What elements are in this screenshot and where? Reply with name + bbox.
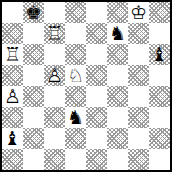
square-d6[interactable] bbox=[65, 44, 86, 65]
square-h5[interactable] bbox=[149, 65, 170, 86]
square-b7[interactable] bbox=[23, 23, 44, 44]
piece-black-king[interactable]: ♚♚ bbox=[23, 2, 44, 23]
square-b3[interactable] bbox=[23, 107, 44, 128]
piece-white-knight[interactable]: ♞♘ bbox=[65, 65, 86, 86]
piece-black-knight[interactable]: ♞♞ bbox=[107, 23, 128, 44]
square-g2[interactable] bbox=[128, 128, 149, 149]
piece-white-pawn[interactable]: ♟♙ bbox=[2, 86, 23, 107]
square-e3[interactable] bbox=[86, 107, 107, 128]
square-d2[interactable] bbox=[65, 128, 86, 149]
square-d1[interactable] bbox=[65, 149, 86, 170]
piece-black-knight[interactable]: ♞♞ bbox=[65, 107, 86, 128]
piece-white-rook[interactable]: ♜♖ bbox=[44, 23, 65, 44]
piece-black-bishop[interactable]: ♝♝ bbox=[2, 128, 23, 149]
square-e7[interactable] bbox=[86, 23, 107, 44]
square-e2[interactable] bbox=[86, 128, 107, 149]
square-a7[interactable] bbox=[2, 23, 23, 44]
square-b4[interactable] bbox=[23, 86, 44, 107]
square-f3[interactable] bbox=[107, 107, 128, 128]
square-e4[interactable] bbox=[86, 86, 107, 107]
square-f7[interactable]: ♞♞ bbox=[107, 23, 128, 44]
piece-white-king[interactable]: ♚♔ bbox=[128, 2, 149, 23]
square-c8[interactable] bbox=[44, 2, 65, 23]
square-b5[interactable] bbox=[23, 65, 44, 86]
square-c3[interactable] bbox=[44, 107, 65, 128]
square-b8[interactable]: ♚♚ bbox=[23, 2, 44, 23]
square-d8[interactable] bbox=[65, 2, 86, 23]
square-a5[interactable] bbox=[2, 65, 23, 86]
square-d5[interactable]: ♞♘ bbox=[65, 65, 86, 86]
piece-white-pawn[interactable]: ♟♙ bbox=[44, 65, 65, 86]
square-g4[interactable] bbox=[128, 86, 149, 107]
square-g6[interactable] bbox=[128, 44, 149, 65]
square-g5[interactable] bbox=[128, 65, 149, 86]
piece-glyph: ♝ bbox=[2, 128, 23, 149]
square-c7[interactable]: ♜♖ bbox=[44, 23, 65, 44]
square-h4[interactable] bbox=[149, 86, 170, 107]
square-c6[interactable] bbox=[44, 44, 65, 65]
square-a6[interactable]: ♜♖ bbox=[2, 44, 23, 65]
square-f5[interactable] bbox=[107, 65, 128, 86]
square-f8[interactable] bbox=[107, 2, 128, 23]
square-h3[interactable] bbox=[149, 107, 170, 128]
piece-glyph: ♖ bbox=[2, 44, 23, 65]
square-c5[interactable]: ♟♙ bbox=[44, 65, 65, 86]
square-c1[interactable] bbox=[44, 149, 65, 170]
square-a4[interactable]: ♟♙ bbox=[2, 86, 23, 107]
square-g8[interactable]: ♚♔ bbox=[128, 2, 149, 23]
piece-glyph: ♙ bbox=[2, 86, 23, 107]
piece-black-bishop[interactable]: ♝♝ bbox=[149, 44, 170, 65]
square-f1[interactable] bbox=[107, 149, 128, 170]
piece-glyph: ♖ bbox=[44, 23, 65, 44]
square-g1[interactable] bbox=[128, 149, 149, 170]
square-h8[interactable] bbox=[149, 2, 170, 23]
piece-glyph: ♚ bbox=[23, 2, 44, 23]
square-a8[interactable] bbox=[2, 2, 23, 23]
square-b2[interactable] bbox=[23, 128, 44, 149]
square-d4[interactable] bbox=[65, 86, 86, 107]
square-d7[interactable] bbox=[65, 23, 86, 44]
square-h2[interactable] bbox=[149, 128, 170, 149]
square-d3[interactable]: ♞♞ bbox=[65, 107, 86, 128]
square-h6[interactable]: ♝♝ bbox=[149, 44, 170, 65]
square-g7[interactable] bbox=[128, 23, 149, 44]
chess-board: ♚♚♚♔♜♖♞♞♜♖♝♝♟♙♞♘♟♙♞♞♝♝ bbox=[0, 0, 172, 172]
piece-glyph: ♞ bbox=[107, 23, 128, 44]
piece-glyph: ♔ bbox=[128, 2, 149, 23]
square-e5[interactable] bbox=[86, 65, 107, 86]
square-e8[interactable] bbox=[86, 2, 107, 23]
piece-glyph: ♘ bbox=[65, 65, 86, 86]
square-b1[interactable] bbox=[23, 149, 44, 170]
square-e1[interactable] bbox=[86, 149, 107, 170]
square-c4[interactable] bbox=[44, 86, 65, 107]
piece-white-rook[interactable]: ♜♖ bbox=[2, 44, 23, 65]
square-c2[interactable] bbox=[44, 128, 65, 149]
square-h7[interactable] bbox=[149, 23, 170, 44]
square-f6[interactable] bbox=[107, 44, 128, 65]
square-a1[interactable] bbox=[2, 149, 23, 170]
square-g3[interactable] bbox=[128, 107, 149, 128]
square-a2[interactable]: ♝♝ bbox=[2, 128, 23, 149]
square-f4[interactable] bbox=[107, 86, 128, 107]
piece-glyph: ♙ bbox=[44, 65, 65, 86]
square-f2[interactable] bbox=[107, 128, 128, 149]
square-a3[interactable] bbox=[2, 107, 23, 128]
square-h1[interactable] bbox=[149, 149, 170, 170]
piece-glyph: ♞ bbox=[65, 107, 86, 128]
piece-glyph: ♝ bbox=[149, 44, 170, 65]
square-b6[interactable] bbox=[23, 44, 44, 65]
square-e6[interactable] bbox=[86, 44, 107, 65]
